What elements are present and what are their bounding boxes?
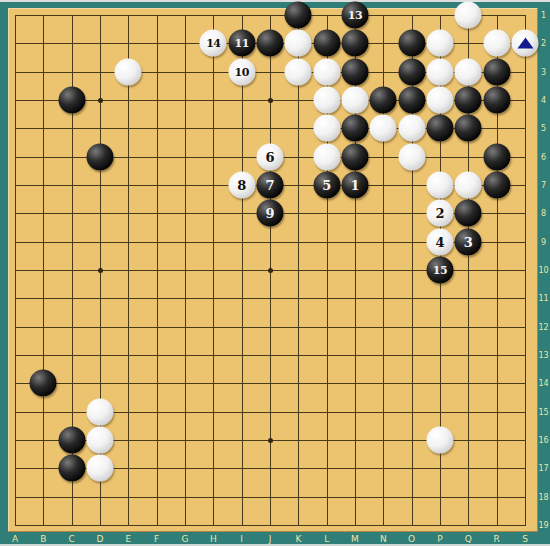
stone-white xyxy=(370,115,397,142)
go-board[interactable]: 1314111068751924315 xyxy=(8,8,538,532)
stone-white xyxy=(398,143,425,170)
grid-line-horizontal xyxy=(15,327,526,328)
row-label-9: 9 xyxy=(538,237,549,246)
grid-line-horizontal xyxy=(15,355,526,356)
row-label-10: 10 xyxy=(538,266,549,275)
stone-black xyxy=(455,200,482,227)
row-label-3: 3 xyxy=(538,67,549,76)
column-label-E: E xyxy=(125,534,131,544)
stone-white-move-2: 2 xyxy=(427,200,454,227)
stone-white xyxy=(115,58,142,85)
stone-white-move-6: 6 xyxy=(257,143,284,170)
move-number: 11 xyxy=(235,38,249,49)
stone-black xyxy=(483,143,510,170)
move-number: 3 xyxy=(464,235,473,248)
column-label-A: A xyxy=(12,534,18,544)
column-label-D: D xyxy=(97,534,104,544)
column-label-F: F xyxy=(154,534,159,544)
grid-line-horizontal xyxy=(15,525,526,526)
stone-black xyxy=(313,30,340,57)
move-number: 1 xyxy=(350,179,359,192)
stone-black-move-7: 7 xyxy=(257,172,284,199)
move-number: 5 xyxy=(322,179,331,192)
stone-black xyxy=(87,143,114,170)
row-label-7: 7 xyxy=(538,181,549,190)
stone-black-move-5: 5 xyxy=(313,172,340,199)
grid-line-vertical xyxy=(525,15,526,526)
row-label-1: 1 xyxy=(538,11,549,20)
row-label-17: 17 xyxy=(538,464,549,473)
stone-white-move-8: 8 xyxy=(228,172,255,199)
star-point xyxy=(268,438,273,443)
row-label-2: 2 xyxy=(538,39,549,48)
stone-white xyxy=(455,172,482,199)
stone-black xyxy=(342,115,369,142)
stone-white xyxy=(313,87,340,114)
stone-white xyxy=(427,87,454,114)
stone-white xyxy=(455,2,482,29)
stone-black xyxy=(58,87,85,114)
stone-white xyxy=(427,427,454,454)
stone-white xyxy=(427,58,454,85)
triangle-marker xyxy=(517,38,533,49)
stone-white xyxy=(313,143,340,170)
stone-black-move-11: 11 xyxy=(228,30,255,57)
stone-white xyxy=(398,115,425,142)
stone-black xyxy=(257,30,284,57)
move-number: 2 xyxy=(435,207,444,220)
move-number: 9 xyxy=(265,207,274,220)
stone-black-move-15: 15 xyxy=(427,257,454,284)
row-label-11: 11 xyxy=(538,294,549,303)
stone-black xyxy=(427,115,454,142)
stone-black-move-13: 13 xyxy=(342,2,369,29)
row-label-13: 13 xyxy=(538,351,549,360)
stone-white xyxy=(285,58,312,85)
star-point xyxy=(98,98,103,103)
grid-line-horizontal xyxy=(15,298,526,299)
move-number: 13 xyxy=(348,10,362,21)
stone-black-move-3: 3 xyxy=(455,228,482,255)
stone-black xyxy=(58,455,85,482)
stone-black xyxy=(398,58,425,85)
stone-white-move-10: 10 xyxy=(228,58,255,85)
stone-black xyxy=(398,30,425,57)
stone-white xyxy=(87,398,114,425)
row-label-15: 15 xyxy=(538,407,549,416)
row-label-12: 12 xyxy=(538,322,549,331)
column-label-S: S xyxy=(522,534,528,544)
stone-black-move-9: 9 xyxy=(257,200,284,227)
stone-black xyxy=(398,87,425,114)
row-label-5: 5 xyxy=(538,124,549,133)
stone-black xyxy=(58,427,85,454)
column-label-B: B xyxy=(40,534,46,544)
column-label-J: J xyxy=(269,534,272,544)
stone-white xyxy=(483,30,510,57)
row-label-6: 6 xyxy=(538,152,549,161)
star-point xyxy=(268,268,273,273)
stone-black xyxy=(483,58,510,85)
column-label-G: G xyxy=(182,534,189,544)
stone-black-move-1: 1 xyxy=(342,172,369,199)
column-label-C: C xyxy=(69,534,75,544)
stone-white-move-14: 14 xyxy=(200,30,227,57)
stone-white xyxy=(313,115,340,142)
stone-white xyxy=(512,30,539,57)
column-label-R: R xyxy=(494,534,500,544)
star-point xyxy=(98,268,103,273)
column-label-K: K xyxy=(295,534,301,544)
stone-black xyxy=(342,58,369,85)
grid-line-horizontal xyxy=(15,383,526,384)
star-point xyxy=(268,98,273,103)
grid-line-horizontal xyxy=(15,497,526,498)
column-label-Q: Q xyxy=(465,534,472,544)
stone-white xyxy=(427,30,454,57)
stone-black xyxy=(342,143,369,170)
stone-white xyxy=(342,87,369,114)
stone-black xyxy=(455,87,482,114)
column-label-P: P xyxy=(437,534,442,544)
stone-white xyxy=(285,30,312,57)
grid-line-vertical xyxy=(298,15,299,526)
move-number: 15 xyxy=(433,265,447,276)
column-label-M: M xyxy=(351,534,359,544)
column-label-I: I xyxy=(240,534,243,544)
stone-white xyxy=(313,58,340,85)
move-number: 6 xyxy=(265,150,274,163)
stone-black xyxy=(483,87,510,114)
go-app-window: 1314111068751924315 ABCDEFGHIJKLMNOPQRS1… xyxy=(0,0,550,546)
stone-black xyxy=(455,115,482,142)
stone-white xyxy=(427,172,454,199)
column-label-N: N xyxy=(380,534,387,544)
row-label-14: 14 xyxy=(538,379,549,388)
row-label-4: 4 xyxy=(538,96,549,105)
stone-white xyxy=(87,427,114,454)
column-label-O: O xyxy=(408,534,415,544)
stone-black xyxy=(285,2,312,29)
stone-black xyxy=(342,30,369,57)
stone-white xyxy=(87,455,114,482)
row-label-16: 16 xyxy=(538,436,549,445)
move-number: 4 xyxy=(435,235,444,248)
stone-black xyxy=(483,172,510,199)
move-number: 7 xyxy=(265,179,274,192)
move-number: 14 xyxy=(206,38,220,49)
column-label-L: L xyxy=(324,534,329,544)
row-label-8: 8 xyxy=(538,209,549,218)
row-label-19: 19 xyxy=(538,521,549,530)
move-number: 10 xyxy=(235,66,249,77)
stone-white xyxy=(455,58,482,85)
move-number: 8 xyxy=(237,179,246,192)
stone-black xyxy=(30,370,57,397)
stone-white-move-4: 4 xyxy=(427,228,454,255)
row-label-18: 18 xyxy=(538,492,549,501)
stone-black xyxy=(370,87,397,114)
column-label-H: H xyxy=(210,534,217,544)
